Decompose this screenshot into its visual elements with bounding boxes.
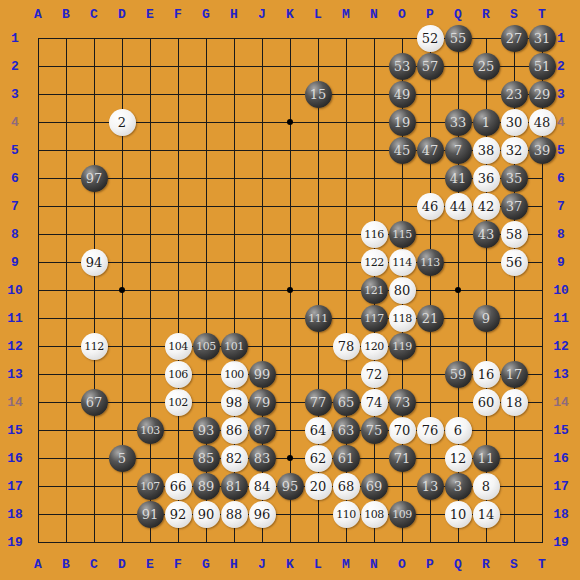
stone-white-move-68-M17[interactable]: 68 (333, 473, 360, 500)
stone-black-move-107-E17[interactable]: 107 (137, 473, 164, 500)
col-label-bottom-A: A (34, 557, 42, 572)
row-label-left-12: 12 (7, 339, 23, 354)
stone-white-move-14-R18[interactable]: 14 (473, 501, 500, 528)
row-label-right-14: 14 (553, 395, 569, 410)
stone-black-move-19-O4[interactable]: 19 (389, 109, 416, 136)
star-point-D10 (119, 287, 125, 293)
stone-white-move-122-N9[interactable]: 122 (361, 249, 388, 276)
stone-black-move-105-G12[interactable]: 105 (193, 333, 220, 360)
stone-white-move-104-F12[interactable]: 104 (165, 333, 192, 360)
col-label-bottom-G: G (202, 557, 210, 572)
stone-white-move-88-H18[interactable]: 88 (221, 501, 248, 528)
stone-black-move-59-Q13[interactable]: 59 (445, 361, 472, 388)
row-label-left-6: 6 (11, 171, 19, 186)
stone-white-move-56-S9[interactable]: 56 (501, 249, 528, 276)
stone-black-move-85-G16[interactable]: 85 (193, 445, 220, 472)
row-label-right-12: 12 (553, 339, 569, 354)
stone-black-move-93-G15[interactable]: 93 (193, 417, 220, 444)
col-label-bottom-P: P (426, 557, 434, 572)
col-label-bottom-K: K (286, 557, 294, 572)
stone-black-move-75-N15[interactable]: 75 (361, 417, 388, 444)
stone-black-move-109-O18[interactable]: 109 (389, 501, 416, 528)
stone-white-move-6-Q15[interactable]: 6 (445, 417, 472, 444)
row-label-left-10: 10 (7, 283, 23, 298)
stone-black-move-83-J16[interactable]: 83 (249, 445, 276, 472)
col-label-top-G: G (202, 7, 210, 22)
col-label-top-F: F (174, 7, 182, 22)
stone-white-move-30-S4[interactable]: 30 (501, 109, 528, 136)
stone-black-move-33-Q4[interactable]: 33 (445, 109, 472, 136)
row-label-right-6: 6 (557, 171, 565, 186)
stone-black-move-41-Q6[interactable]: 41 (445, 165, 472, 192)
col-label-top-M: M (342, 7, 350, 22)
stone-white-move-112-C12[interactable]: 112 (81, 333, 108, 360)
row-label-left-8: 8 (11, 227, 19, 242)
stone-black-move-101-H12[interactable]: 101 (221, 333, 248, 360)
stone-white-move-64-L15[interactable]: 64 (305, 417, 332, 444)
stone-black-move-1-R4[interactable]: 1 (473, 109, 500, 136)
row-label-right-3: 3 (557, 87, 565, 102)
stone-white-move-106-F13[interactable]: 106 (165, 361, 192, 388)
stone-white-move-76-P15[interactable]: 76 (417, 417, 444, 444)
stone-white-move-80-O10[interactable]: 80 (389, 277, 416, 304)
stone-black-move-29-T3[interactable]: 29 (529, 81, 556, 108)
row-label-left-11: 11 (7, 311, 23, 326)
stone-black-move-3-Q17[interactable]: 3 (445, 473, 472, 500)
stone-black-move-95-K17[interactable]: 95 (277, 473, 304, 500)
col-label-bottom-S: S (510, 557, 518, 572)
star-point-K4 (287, 119, 293, 125)
stone-black-move-71-O16[interactable]: 71 (389, 445, 416, 472)
col-label-bottom-R: R (482, 557, 490, 572)
stone-black-move-5-D16[interactable]: 5 (109, 445, 136, 472)
stone-black-move-87-J15[interactable]: 87 (249, 417, 276, 444)
col-label-top-P: P (426, 7, 434, 22)
stone-white-move-60-R14[interactable]: 60 (473, 389, 500, 416)
col-label-top-S: S (510, 7, 518, 22)
stone-white-move-62-L16[interactable]: 62 (305, 445, 332, 472)
col-label-bottom-O: O (398, 557, 406, 572)
stone-white-move-16-R13[interactable]: 16 (473, 361, 500, 388)
stone-white-move-70-O15[interactable]: 70 (389, 417, 416, 444)
row-label-left-5: 5 (11, 143, 19, 158)
stone-black-move-67-C14[interactable]: 67 (81, 389, 108, 416)
stone-white-move-10-Q18[interactable]: 10 (445, 501, 472, 528)
stone-white-move-92-F18[interactable]: 92 (165, 501, 192, 528)
row-label-right-15: 15 (553, 423, 569, 438)
col-label-top-B: B (62, 7, 70, 22)
stone-black-move-99-J13[interactable]: 99 (249, 361, 276, 388)
board-intersections-grid[interactable]: 1235678910111213141516171819202123252729… (24, 24, 556, 556)
stone-black-move-31-T1[interactable]: 31 (529, 25, 556, 52)
col-label-bottom-L: L (314, 557, 322, 572)
stone-white-move-18-S14[interactable]: 18 (501, 389, 528, 416)
star-point-Q10 (455, 287, 461, 293)
col-label-bottom-J: J (258, 557, 266, 572)
col-label-bottom-M: M (342, 557, 350, 572)
stone-black-move-57-P2[interactable]: 57 (417, 53, 444, 80)
stone-black-move-23-S3[interactable]: 23 (501, 81, 528, 108)
row-label-left-19: 19 (7, 535, 23, 550)
stone-black-move-115-O8[interactable]: 115 (389, 221, 416, 248)
stone-white-move-52-P1[interactable]: 52 (417, 25, 444, 52)
stone-black-move-55-Q1[interactable]: 55 (445, 25, 472, 52)
stone-black-move-21-P11[interactable]: 21 (417, 305, 444, 332)
row-label-right-1: 1 (557, 31, 565, 46)
stone-white-move-46-P7[interactable]: 46 (417, 193, 444, 220)
row-label-right-9: 9 (557, 255, 565, 270)
stone-white-move-118-O11[interactable]: 118 (389, 305, 416, 332)
stone-black-move-43-R8[interactable]: 43 (473, 221, 500, 248)
stone-white-move-116-N8[interactable]: 116 (361, 221, 388, 248)
stone-white-move-20-L17[interactable]: 20 (305, 473, 332, 500)
stone-black-move-27-S1[interactable]: 27 (501, 25, 528, 52)
go-board: 1235678910111213141516171819202123252729… (0, 0, 580, 580)
stone-white-move-98-H14[interactable]: 98 (221, 389, 248, 416)
row-label-right-8: 8 (557, 227, 565, 242)
stone-black-move-73-O14[interactable]: 73 (389, 389, 416, 416)
stone-black-move-113-P9[interactable]: 113 (417, 249, 444, 276)
stone-white-move-84-J17[interactable]: 84 (249, 473, 276, 500)
stone-black-move-69-N17[interactable]: 69 (361, 473, 388, 500)
star-point-K10 (287, 287, 293, 293)
stone-black-move-35-S6[interactable]: 35 (501, 165, 528, 192)
stone-black-move-11-R16[interactable]: 11 (473, 445, 500, 472)
stone-black-move-77-L14[interactable]: 77 (305, 389, 332, 416)
stone-white-move-42-R7[interactable]: 42 (473, 193, 500, 220)
stone-white-move-38-R5[interactable]: 38 (473, 137, 500, 164)
row-label-left-17: 17 (7, 479, 23, 494)
stone-black-move-13-P17[interactable]: 13 (417, 473, 444, 500)
stone-white-move-102-F14[interactable]: 102 (165, 389, 192, 416)
col-label-top-E: E (146, 7, 154, 22)
star-point-K16 (287, 455, 293, 461)
stone-white-move-32-S5[interactable]: 32 (501, 137, 528, 164)
stone-white-move-86-H15[interactable]: 86 (221, 417, 248, 444)
stone-black-move-37-S7[interactable]: 37 (501, 193, 528, 220)
stone-white-move-44-Q7[interactable]: 44 (445, 193, 472, 220)
row-label-right-16: 16 (553, 451, 569, 466)
stone-black-move-103-E15[interactable]: 103 (137, 417, 164, 444)
row-label-right-5: 5 (557, 143, 565, 158)
col-label-bottom-T: T (538, 557, 546, 572)
stone-black-move-119-O12[interactable]: 119 (389, 333, 416, 360)
col-label-bottom-D: D (118, 557, 126, 572)
stone-white-move-58-S8[interactable]: 58 (501, 221, 528, 248)
row-label-left-7: 7 (11, 199, 19, 214)
stone-white-move-36-R6[interactable]: 36 (473, 165, 500, 192)
stone-black-move-117-N11[interactable]: 117 (361, 305, 388, 332)
stone-black-move-111-L11[interactable]: 111 (305, 305, 332, 332)
stone-white-move-108-N18[interactable]: 108 (361, 501, 388, 528)
stone-black-move-121-N10[interactable]: 121 (361, 277, 388, 304)
stone-white-move-120-N12[interactable]: 120 (361, 333, 388, 360)
stone-black-move-89-G17[interactable]: 89 (193, 473, 220, 500)
stone-white-move-78-M12[interactable]: 78 (333, 333, 360, 360)
col-label-top-R: R (482, 7, 490, 22)
row-label-left-9: 9 (11, 255, 19, 270)
stone-black-move-91-E18[interactable]: 91 (137, 501, 164, 528)
stone-black-move-9-R11[interactable]: 9 (473, 305, 500, 332)
stone-white-move-82-H16[interactable]: 82 (221, 445, 248, 472)
row-label-left-16: 16 (7, 451, 23, 466)
stone-white-move-72-N13[interactable]: 72 (361, 361, 388, 388)
row-label-right-4: 4 (557, 115, 565, 130)
stone-white-move-94-C9[interactable]: 94 (81, 249, 108, 276)
stone-white-move-110-M18[interactable]: 110 (333, 501, 360, 528)
row-label-right-10: 10 (553, 283, 569, 298)
row-label-left-18: 18 (7, 507, 23, 522)
row-label-right-7: 7 (557, 199, 565, 214)
stone-white-move-12-Q16[interactable]: 12 (445, 445, 472, 472)
stone-white-move-114-O9[interactable]: 114 (389, 249, 416, 276)
row-label-left-3: 3 (11, 87, 19, 102)
col-label-top-T: T (538, 7, 546, 22)
stone-black-move-17-S13[interactable]: 17 (501, 361, 528, 388)
col-label-top-A: A (34, 7, 42, 22)
stone-black-move-7-Q5[interactable]: 7 (445, 137, 472, 164)
row-label-right-19: 19 (553, 535, 569, 550)
stone-black-move-47-P5[interactable]: 47 (417, 137, 444, 164)
stone-white-move-100-H13[interactable]: 100 (221, 361, 248, 388)
col-label-bottom-B: B (62, 557, 70, 572)
row-label-left-13: 13 (7, 367, 23, 382)
col-label-bottom-C: C (90, 557, 98, 572)
row-label-left-2: 2 (11, 59, 19, 74)
stone-black-move-81-H17[interactable]: 81 (221, 473, 248, 500)
col-label-top-C: C (90, 7, 98, 22)
stone-white-move-90-G18[interactable]: 90 (193, 501, 220, 528)
row-label-right-11: 11 (553, 311, 569, 326)
col-label-top-L: L (314, 7, 322, 22)
col-label-bottom-N: N (370, 557, 378, 572)
stone-white-move-96-J18[interactable]: 96 (249, 501, 276, 528)
col-label-top-O: O (398, 7, 406, 22)
col-label-top-H: H (230, 7, 238, 22)
row-label-right-18: 18 (553, 507, 569, 522)
col-label-bottom-E: E (146, 557, 154, 572)
stone-white-move-48-T4[interactable]: 48 (529, 109, 556, 136)
row-label-right-17: 17 (553, 479, 569, 494)
col-label-top-N: N (370, 7, 378, 22)
stone-black-move-53-O2[interactable]: 53 (389, 53, 416, 80)
row-label-right-2: 2 (557, 59, 565, 74)
col-label-top-D: D (118, 7, 126, 22)
stone-black-move-39-T5[interactable]: 39 (529, 137, 556, 164)
row-label-left-4: 4 (11, 115, 19, 130)
stone-black-move-63-M15[interactable]: 63 (333, 417, 360, 444)
stone-white-move-8-R17[interactable]: 8 (473, 473, 500, 500)
stone-white-move-2-D4[interactable]: 2 (109, 109, 136, 136)
col-label-bottom-H: H (230, 557, 238, 572)
stone-white-move-66-F17[interactable]: 66 (165, 473, 192, 500)
stone-black-move-25-R2[interactable]: 25 (473, 53, 500, 80)
col-label-bottom-Q: Q (454, 557, 462, 572)
stone-black-move-45-O5[interactable]: 45 (389, 137, 416, 164)
stone-black-move-49-O3[interactable]: 49 (389, 81, 416, 108)
row-label-left-15: 15 (7, 423, 23, 438)
stone-black-move-61-M16[interactable]: 61 (333, 445, 360, 472)
row-label-left-14: 14 (7, 395, 23, 410)
stone-black-move-15-L3[interactable]: 15 (305, 81, 332, 108)
stone-black-move-79-J14[interactable]: 79 (249, 389, 276, 416)
col-label-top-J: J (258, 7, 266, 22)
col-label-top-Q: Q (454, 7, 462, 22)
col-label-top-K: K (286, 7, 294, 22)
row-label-right-13: 13 (553, 367, 569, 382)
col-label-bottom-F: F (174, 557, 182, 572)
stone-black-move-97-C6[interactable]: 97 (81, 165, 108, 192)
stone-white-move-74-N14[interactable]: 74 (361, 389, 388, 416)
stone-black-move-65-M14[interactable]: 65 (333, 389, 360, 416)
stone-black-move-51-T2[interactable]: 51 (529, 53, 556, 80)
row-label-left-1: 1 (11, 31, 19, 46)
